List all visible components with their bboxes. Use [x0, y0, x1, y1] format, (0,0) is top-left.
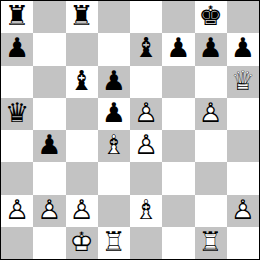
piece-glyph: ♖	[195, 228, 227, 255]
square-e8[interactable]	[130, 1, 162, 33]
piece-white-pawn[interactable]: ♟♙	[33, 195, 65, 227]
piece-glyph: ♙	[33, 196, 65, 223]
piece-black-king[interactable]: ♚	[195, 1, 227, 33]
piece-glyph: ♙	[130, 132, 162, 159]
square-g5[interactable]: ♟♙	[195, 98, 227, 130]
square-c8[interactable]: ♜	[66, 1, 98, 33]
square-b7[interactable]	[33, 33, 65, 65]
square-f4[interactable]	[162, 130, 194, 162]
square-a3[interactable]	[1, 162, 33, 194]
square-d4[interactable]: ♝♗	[98, 130, 130, 162]
square-a1[interactable]	[1, 227, 33, 259]
piece-glyph: ♟	[1, 35, 33, 62]
square-c3[interactable]	[66, 162, 98, 194]
square-h2[interactable]: ♟♙	[227, 195, 259, 227]
piece-white-bishop[interactable]: ♝♗	[130, 195, 162, 227]
square-f5[interactable]	[162, 98, 194, 130]
piece-black-pawn[interactable]: ♟	[195, 33, 227, 65]
square-a5[interactable]: ♛	[1, 98, 33, 130]
square-a4[interactable]	[1, 130, 33, 162]
square-g3[interactable]	[195, 162, 227, 194]
square-h1[interactable]	[227, 227, 259, 259]
square-f6[interactable]	[162, 66, 194, 98]
square-g7[interactable]: ♟	[195, 33, 227, 65]
piece-glyph: ♙	[66, 196, 98, 223]
square-b3[interactable]	[33, 162, 65, 194]
square-c4[interactable]	[66, 130, 98, 162]
square-f3[interactable]	[162, 162, 194, 194]
chess-board: ♜♜♚♟♝♟♟♟♝♟♛♕♛♟♟♙♟♙♟♝♗♟♙♟♙♟♙♟♙♝♗♟♙♚♔♜♖♜♖	[0, 0, 260, 260]
square-a7[interactable]: ♟	[1, 33, 33, 65]
piece-glyph: ♙	[195, 99, 227, 126]
square-c6[interactable]: ♝	[66, 66, 98, 98]
piece-black-rook[interactable]: ♜	[1, 1, 33, 33]
piece-glyph: ♝	[130, 35, 162, 62]
square-a8[interactable]: ♜	[1, 1, 33, 33]
square-b8[interactable]	[33, 1, 65, 33]
square-g1[interactable]: ♜♖	[195, 227, 227, 259]
piece-black-pawn[interactable]: ♟	[98, 98, 130, 130]
piece-white-pawn[interactable]: ♟♙	[195, 98, 227, 130]
square-e7[interactable]: ♝	[130, 33, 162, 65]
piece-black-bishop[interactable]: ♝	[130, 33, 162, 65]
square-b5[interactable]	[33, 98, 65, 130]
square-b1[interactable]	[33, 227, 65, 259]
piece-glyph: ♟	[195, 35, 227, 62]
piece-glyph: ♚	[195, 3, 227, 30]
piece-white-pawn[interactable]: ♟♙	[1, 195, 33, 227]
piece-glyph: ♔	[66, 228, 98, 255]
square-e1[interactable]	[130, 227, 162, 259]
piece-black-pawn[interactable]: ♟	[33, 130, 65, 162]
piece-glyph: ♙	[227, 196, 259, 223]
piece-glyph: ♜	[66, 3, 98, 30]
piece-glyph: ♙	[1, 196, 33, 223]
square-g8[interactable]: ♚	[195, 1, 227, 33]
square-d8[interactable]	[98, 1, 130, 33]
square-c2[interactable]: ♟♙	[66, 195, 98, 227]
piece-black-bishop[interactable]: ♝	[66, 66, 98, 98]
square-e3[interactable]	[130, 162, 162, 194]
square-e2[interactable]: ♝♗	[130, 195, 162, 227]
square-a6[interactable]	[1, 66, 33, 98]
piece-white-king[interactable]: ♚♔	[66, 227, 98, 259]
square-g2[interactable]	[195, 195, 227, 227]
square-e6[interactable]	[130, 66, 162, 98]
piece-glyph: ♙	[130, 99, 162, 126]
square-e5[interactable]: ♟♙	[130, 98, 162, 130]
piece-glyph: ♟	[98, 99, 130, 126]
piece-black-pawn[interactable]: ♟	[98, 66, 130, 98]
piece-glyph: ♖	[98, 228, 130, 255]
square-d1[interactable]: ♜♖	[98, 227, 130, 259]
piece-white-rook[interactable]: ♜♖	[98, 227, 130, 259]
piece-glyph: ♟	[162, 35, 194, 62]
piece-glyph: ♟	[98, 67, 130, 94]
piece-black-queen[interactable]: ♛	[1, 98, 33, 130]
square-d7[interactable]	[98, 33, 130, 65]
square-d5[interactable]: ♟	[98, 98, 130, 130]
piece-white-bishop[interactable]: ♝♗	[98, 130, 130, 162]
piece-glyph: ♕	[227, 67, 259, 94]
square-f7[interactable]: ♟	[162, 33, 194, 65]
piece-white-pawn[interactable]: ♟♙	[66, 195, 98, 227]
square-c7[interactable]	[66, 33, 98, 65]
piece-white-rook[interactable]: ♜♖	[195, 227, 227, 259]
square-d2[interactable]	[98, 195, 130, 227]
square-h7[interactable]: ♟	[227, 33, 259, 65]
piece-white-queen[interactable]: ♛♕	[227, 66, 259, 98]
piece-white-pawn[interactable]: ♟♙	[227, 195, 259, 227]
square-g6[interactable]	[195, 66, 227, 98]
square-e4[interactable]: ♟♙	[130, 130, 162, 162]
piece-glyph: ♗	[130, 196, 162, 223]
square-b6[interactable]	[33, 66, 65, 98]
piece-white-pawn[interactable]: ♟♙	[130, 130, 162, 162]
square-f1[interactable]	[162, 227, 194, 259]
square-h5[interactable]	[227, 98, 259, 130]
square-h4[interactable]	[227, 130, 259, 162]
square-f2[interactable]	[162, 195, 194, 227]
square-h3[interactable]	[227, 162, 259, 194]
piece-glyph: ♟	[227, 35, 259, 62]
piece-glyph: ♜	[1, 3, 33, 30]
piece-black-pawn[interactable]: ♟	[162, 33, 194, 65]
square-b4[interactable]: ♟	[33, 130, 65, 162]
piece-glyph: ♛	[1, 99, 33, 126]
square-h8[interactable]	[227, 1, 259, 33]
square-d6[interactable]: ♟	[98, 66, 130, 98]
piece-black-pawn[interactable]: ♟	[227, 33, 259, 65]
piece-glyph: ♟	[33, 132, 65, 159]
piece-glyph: ♗	[98, 132, 130, 159]
piece-glyph: ♝	[66, 67, 98, 94]
square-c1[interactable]: ♚♔	[66, 227, 98, 259]
square-c5[interactable]	[66, 98, 98, 130]
piece-black-rook[interactable]: ♜	[66, 1, 98, 33]
piece-white-pawn[interactable]: ♟♙	[130, 98, 162, 130]
square-g4[interactable]	[195, 130, 227, 162]
square-b2[interactable]: ♟♙	[33, 195, 65, 227]
square-h6[interactable]: ♛♕	[227, 66, 259, 98]
square-a2[interactable]: ♟♙	[1, 195, 33, 227]
square-d3[interactable]	[98, 162, 130, 194]
square-f8[interactable]	[162, 1, 194, 33]
piece-black-pawn[interactable]: ♟	[1, 33, 33, 65]
